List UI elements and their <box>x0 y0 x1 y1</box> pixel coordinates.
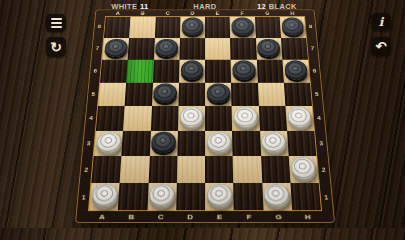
square-D7[interactable] <box>179 38 205 60</box>
square-D5[interactable] <box>178 82 205 106</box>
square-H5[interactable] <box>284 82 312 106</box>
undo-button[interactable]: ↶ <box>371 37 391 56</box>
square-F3[interactable] <box>232 130 260 156</box>
square-D4[interactable] <box>178 106 205 131</box>
square-A5[interactable] <box>98 82 126 106</box>
square-B7[interactable] <box>128 38 155 60</box>
info-icon: i <box>379 15 384 29</box>
square-C1[interactable] <box>147 183 177 211</box>
restart-icon: ↻ <box>50 39 62 55</box>
square-G3[interactable] <box>260 130 289 156</box>
square-E2[interactable] <box>205 156 233 183</box>
square-D2[interactable] <box>177 156 205 183</box>
black-piece-D6[interactable] <box>180 61 203 80</box>
file-labels-bottom: ABCDEFGH <box>87 211 323 222</box>
square-F4[interactable] <box>232 106 260 131</box>
black-piece-C3[interactable] <box>151 131 176 152</box>
white-piece-A1[interactable] <box>91 184 118 207</box>
square-B8[interactable] <box>129 17 155 38</box>
square-A7[interactable] <box>102 38 129 60</box>
square-D3[interactable] <box>177 130 205 156</box>
square-E5[interactable] <box>205 82 232 106</box>
square-D8[interactable] <box>180 17 205 38</box>
file-label-B: B <box>117 211 147 222</box>
square-G5[interactable] <box>257 82 285 106</box>
square-C3[interactable] <box>149 130 177 156</box>
square-E3[interactable] <box>205 130 233 156</box>
square-C8[interactable] <box>154 17 180 38</box>
file-label-G: G <box>264 211 294 222</box>
square-B3[interactable] <box>122 130 151 156</box>
square-E6[interactable] <box>205 60 231 83</box>
black-piece-D8[interactable] <box>181 18 203 36</box>
white-piece-D4[interactable] <box>179 107 203 128</box>
square-H3[interactable] <box>287 130 316 156</box>
square-F5[interactable] <box>231 82 258 106</box>
square-E1[interactable] <box>205 183 234 211</box>
square-A3[interactable] <box>94 130 123 156</box>
black-piece-C7[interactable] <box>155 39 178 57</box>
file-label-F: F <box>234 211 264 222</box>
black-piece-H6[interactable] <box>284 61 308 80</box>
white-piece-G1[interactable] <box>264 184 290 207</box>
square-B6[interactable] <box>126 60 153 83</box>
square-G1[interactable] <box>262 183 292 211</box>
white-piece-H2[interactable] <box>290 157 316 179</box>
square-B4[interactable] <box>123 106 151 131</box>
square-H2[interactable] <box>288 156 318 183</box>
square-A6[interactable] <box>100 60 128 83</box>
file-label-E: E <box>205 211 235 222</box>
square-E7[interactable] <box>205 38 231 60</box>
square-C4[interactable] <box>150 106 178 131</box>
square-A8[interactable] <box>104 17 131 38</box>
square-D1[interactable] <box>176 183 205 211</box>
board-frame: ABCDEFGH ABCDEFGH 87654321 87654321 <box>76 10 334 222</box>
square-F8[interactable] <box>230 17 256 38</box>
info-button[interactable]: i <box>371 13 391 31</box>
square-F1[interactable] <box>233 183 263 211</box>
square-C6[interactable] <box>153 60 180 83</box>
square-G7[interactable] <box>256 38 283 60</box>
file-label-C: C <box>146 211 176 222</box>
square-A2[interactable] <box>91 156 121 183</box>
square-G4[interactable] <box>258 106 286 131</box>
square-C5[interactable] <box>152 82 179 106</box>
square-G2[interactable] <box>261 156 291 183</box>
rank-label-right-8: 8 <box>305 16 316 37</box>
checkers-board: ABCDEFGH ABCDEFGH 87654321 87654321 <box>76 10 334 222</box>
square-F2[interactable] <box>233 156 262 183</box>
square-E8[interactable] <box>205 17 230 38</box>
square-C7[interactable] <box>154 38 180 60</box>
white-piece-G3[interactable] <box>261 131 286 152</box>
square-B1[interactable] <box>118 183 148 211</box>
menu-button[interactable] <box>46 14 66 32</box>
square-H1[interactable] <box>290 183 321 211</box>
black-piece-H8[interactable] <box>281 18 304 36</box>
hamburger-icon <box>51 18 62 20</box>
square-F6[interactable] <box>231 60 258 83</box>
board-field <box>88 16 322 211</box>
square-D6[interactable] <box>179 60 205 83</box>
black-piece-E5[interactable] <box>207 83 231 103</box>
black-piece-G7[interactable] <box>257 39 280 57</box>
black-piece-A7[interactable] <box>104 39 128 57</box>
file-label-A: A <box>87 211 117 222</box>
square-B2[interactable] <box>120 156 150 183</box>
square-H7[interactable] <box>281 38 308 60</box>
square-H6[interactable] <box>282 60 310 83</box>
square-G8[interactable] <box>255 17 281 38</box>
white-piece-F4[interactable] <box>233 107 257 128</box>
white-piece-C1[interactable] <box>149 184 175 207</box>
square-H8[interactable] <box>279 17 306 38</box>
file-label-D: D <box>176 211 206 222</box>
restart-button[interactable]: ↻ <box>46 37 66 57</box>
square-A1[interactable] <box>89 183 120 211</box>
square-E4[interactable] <box>205 106 232 131</box>
white-piece-E1[interactable] <box>207 184 232 207</box>
white-piece-E3[interactable] <box>207 131 231 152</box>
white-piece-H4[interactable] <box>287 107 312 128</box>
square-A4[interactable] <box>96 106 125 131</box>
square-G6[interactable] <box>256 60 283 83</box>
black-piece-F8[interactable] <box>231 18 254 36</box>
black-piece-C5[interactable] <box>153 83 177 103</box>
white-piece-A3[interactable] <box>96 131 122 152</box>
file-label-H: H <box>293 211 323 222</box>
square-F7[interactable] <box>230 38 256 60</box>
square-C2[interactable] <box>148 156 177 183</box>
undo-icon: ↶ <box>376 39 387 54</box>
black-piece-F6[interactable] <box>232 61 255 80</box>
square-B5[interactable] <box>125 82 153 106</box>
square-H4[interactable] <box>285 106 314 131</box>
rank-label-right-7: 7 <box>307 37 319 59</box>
